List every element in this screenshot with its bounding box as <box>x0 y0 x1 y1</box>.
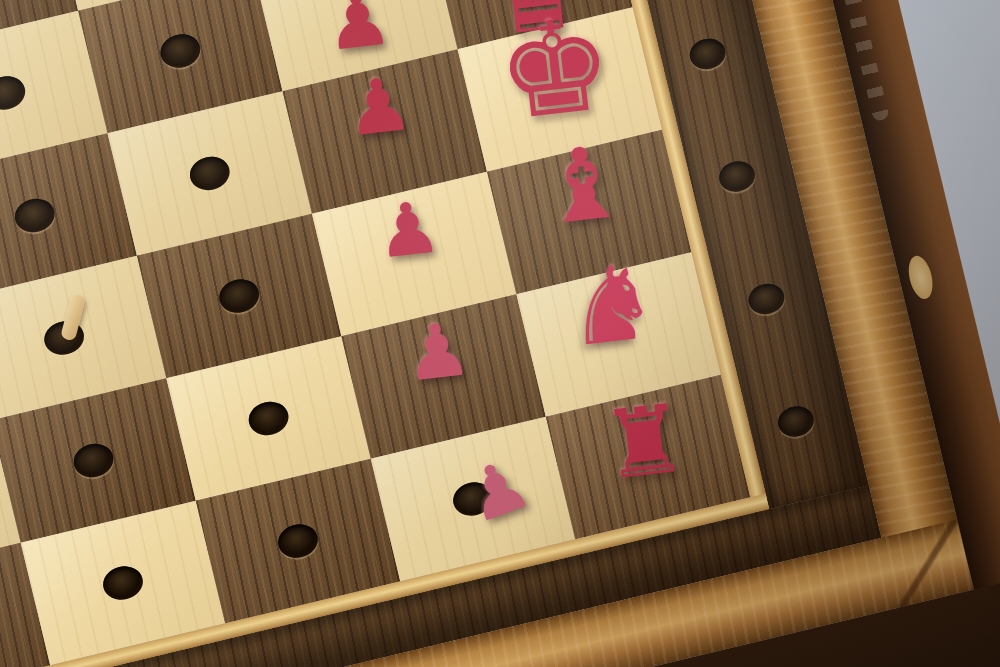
pawn-glyph: ♟ <box>321 0 395 61</box>
red-rook: ♜ <box>593 387 697 498</box>
pawn-glyph: ♟ <box>342 66 416 147</box>
pieces-layer: ♛♟♚♟♝♟♞♟♜♟ <box>0 0 1000 667</box>
red-knight-pawn: ♟ <box>397 308 479 395</box>
pawn-glyph: ♟ <box>400 311 474 392</box>
pawn-glyph: ♟ <box>456 447 539 535</box>
red-king-pawn: ♟ <box>338 63 420 150</box>
bishop-glyph: ♝ <box>533 131 633 241</box>
red-bishop: ♝ <box>528 127 639 245</box>
chess-box: ♛♟♚♟♝♟♞♟♜♟ <box>0 0 1000 667</box>
knight-glyph: ♞ <box>559 248 663 362</box>
red-queen-pawn: ♟ <box>317 0 399 64</box>
travel-chess-photo: ♛♟♚♟♝♟♞♟♜♟ <box>0 0 1000 667</box>
red-rook-pawn: ♟ <box>459 449 536 532</box>
pawn-glyph: ♟ <box>372 190 444 269</box>
red-bishop-pawn: ♟ <box>369 187 449 272</box>
red-knight: ♞ <box>554 243 669 366</box>
king-glyph: ♚ <box>491 0 620 139</box>
rook-glyph: ♜ <box>597 391 691 494</box>
